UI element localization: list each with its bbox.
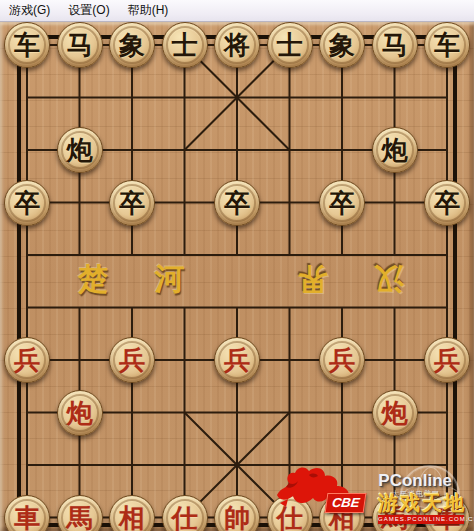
piece-black-卒-3-6[interactable]: 卒 [319, 180, 365, 226]
piece-black-士-0-3[interactable]: 士 [162, 22, 208, 68]
piece-black-炮-2-1[interactable]: 炮 [57, 127, 103, 173]
piece-black-卒-3-2[interactable]: 卒 [109, 180, 155, 226]
menu-game[interactable]: 游戏(G) [0, 0, 59, 21]
piece-red-兵-6-6[interactable]: 兵 [319, 337, 365, 383]
piece-red-車-9-8[interactable]: 車 [424, 495, 470, 531]
menu-bar: 游戏(G) 设置(O) 帮助(H) [0, 0, 474, 22]
piece-black-卒-3-0[interactable]: 卒 [4, 180, 50, 226]
piece-red-兵-6-8[interactable]: 兵 [424, 337, 470, 383]
piece-red-兵-6-2[interactable]: 兵 [109, 337, 155, 383]
piece-black-车-0-0[interactable]: 车 [4, 22, 50, 68]
piece-black-马-0-7[interactable]: 马 [372, 22, 418, 68]
piece-black-卒-3-8[interactable]: 卒 [424, 180, 470, 226]
piece-black-炮-2-7[interactable]: 炮 [372, 127, 418, 173]
piece-red-相-9-2[interactable]: 相 [109, 495, 155, 531]
piece-red-兵-6-0[interactable]: 兵 [4, 337, 50, 383]
piece-black-象-0-2[interactable]: 象 [109, 22, 155, 68]
menu-settings[interactable]: 设置(O) [59, 0, 118, 21]
piece-red-帥-9-4[interactable]: 帥 [214, 495, 260, 531]
piece-black-士-0-5[interactable]: 士 [267, 22, 313, 68]
piece-red-相-9-6[interactable]: 相 [319, 495, 365, 531]
piece-red-炮-7-1[interactable]: 炮 [57, 390, 103, 436]
piece-black-马-0-1[interactable]: 马 [57, 22, 103, 68]
menu-help[interactable]: 帮助(H) [119, 0, 178, 21]
piece-red-仕-9-3[interactable]: 仕 [162, 495, 208, 531]
piece-red-仕-9-5[interactable]: 仕 [267, 495, 313, 531]
piece-red-車-9-0[interactable]: 車 [4, 495, 50, 531]
piece-red-馬-9-1[interactable]: 馬 [57, 495, 103, 531]
piece-grid: 车马象士将士象马车炮炮卒卒卒卒卒兵兵兵兵兵炮炮車馬相仕帥仕相馬車 [1, 22, 474, 531]
piece-red-兵-6-4[interactable]: 兵 [214, 337, 260, 383]
piece-black-车-0-8[interactable]: 车 [424, 22, 470, 68]
piece-red-炮-7-7[interactable]: 炮 [372, 390, 418, 436]
xiangqi-board[interactable]: 楚 河 汉 界 车马象士将士象马车炮炮卒卒卒卒卒兵兵兵兵兵炮炮車馬相仕帥仕相馬車 [0, 22, 474, 531]
piece-black-象-0-6[interactable]: 象 [319, 22, 365, 68]
piece-black-将-0-4[interactable]: 将 [214, 22, 260, 68]
piece-black-卒-3-4[interactable]: 卒 [214, 180, 260, 226]
piece-red-馬-9-7[interactable]: 馬 [372, 495, 418, 531]
xiangqi-app-window: { "game": "xiangqi", "menu": { "items": … [0, 0, 474, 531]
